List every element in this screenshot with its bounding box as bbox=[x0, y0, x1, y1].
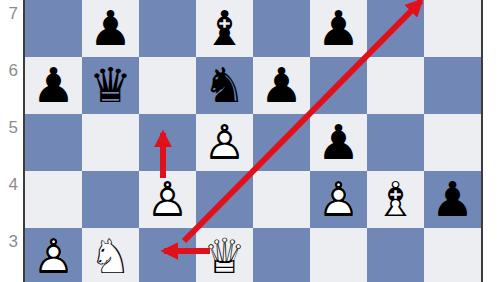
black-pawn-glyph: ♟ bbox=[424, 171, 481, 228]
square-f4[interactable]: ♟♙ bbox=[310, 171, 367, 228]
white-pawn-glyph: ♙ bbox=[139, 171, 196, 228]
chess-diagram: 76543 ♟♝♟♟♛♞♟♟♙♟♟♙♟♙♝♗♟♟♙♞♘♛♕ bbox=[0, 0, 500, 282]
square-d5[interactable]: ♟♙ bbox=[196, 114, 253, 171]
white-pawn-glyph: ♙ bbox=[196, 114, 253, 171]
black-bishop[interactable]: ♝ bbox=[196, 0, 253, 57]
white-pawn[interactable]: ♟♙ bbox=[196, 114, 253, 171]
square-g5[interactable] bbox=[367, 114, 424, 171]
square-c6[interactable] bbox=[139, 57, 196, 114]
square-d4[interactable] bbox=[196, 171, 253, 228]
square-a5[interactable] bbox=[25, 114, 82, 171]
square-h6[interactable] bbox=[424, 57, 481, 114]
square-c5[interactable] bbox=[139, 114, 196, 171]
square-b3[interactable]: ♞♘ bbox=[82, 228, 139, 282]
square-b4[interactable] bbox=[82, 171, 139, 228]
white-knight-glyph: ♘ bbox=[82, 228, 139, 282]
square-c4[interactable]: ♟♙ bbox=[139, 171, 196, 228]
black-pawn[interactable]: ♟ bbox=[310, 0, 367, 57]
board-frame: ♟♝♟♟♛♞♟♟♙♟♟♙♟♙♝♗♟♟♙♞♘♛♕ bbox=[23, 0, 483, 282]
square-b6[interactable]: ♛ bbox=[82, 57, 139, 114]
black-pawn-glyph: ♟ bbox=[310, 0, 367, 57]
square-a4[interactable] bbox=[25, 171, 82, 228]
rank-label-3: 3 bbox=[0, 233, 18, 250]
black-pawn-glyph: ♟ bbox=[253, 57, 310, 114]
square-e4[interactable] bbox=[253, 171, 310, 228]
white-pawn-glyph: ♙ bbox=[310, 171, 367, 228]
square-b5[interactable] bbox=[82, 114, 139, 171]
black-pawn[interactable]: ♟ bbox=[82, 0, 139, 57]
square-d7[interactable]: ♝ bbox=[196, 0, 253, 57]
rank-labels: 76543 bbox=[0, 0, 20, 282]
black-pawn-glyph: ♟ bbox=[82, 0, 139, 57]
black-knight-glyph: ♞ bbox=[196, 57, 253, 114]
square-a6[interactable]: ♟ bbox=[25, 57, 82, 114]
square-b7[interactable]: ♟ bbox=[82, 0, 139, 57]
square-a3[interactable]: ♟♙ bbox=[25, 228, 82, 282]
square-f7[interactable]: ♟ bbox=[310, 0, 367, 57]
square-d6[interactable]: ♞ bbox=[196, 57, 253, 114]
board-grid: ♟♝♟♟♛♞♟♟♙♟♟♙♟♙♝♗♟♟♙♞♘♛♕ bbox=[25, 0, 481, 282]
black-pawn[interactable]: ♟ bbox=[25, 57, 82, 114]
black-queen-glyph: ♛ bbox=[82, 57, 139, 114]
square-c3[interactable] bbox=[139, 228, 196, 282]
square-g4[interactable]: ♝♗ bbox=[367, 171, 424, 228]
black-bishop-glyph: ♝ bbox=[196, 0, 253, 57]
white-queen-glyph: ♕ bbox=[196, 228, 253, 282]
white-bishop[interactable]: ♝♗ bbox=[367, 171, 424, 228]
square-g6[interactable] bbox=[367, 57, 424, 114]
square-e7[interactable] bbox=[253, 0, 310, 57]
square-f6[interactable] bbox=[310, 57, 367, 114]
white-queen[interactable]: ♛♕ bbox=[196, 228, 253, 282]
square-d3[interactable]: ♛♕ bbox=[196, 228, 253, 282]
square-g7[interactable] bbox=[367, 0, 424, 57]
rank-label-5: 5 bbox=[0, 119, 18, 136]
white-bishop-glyph: ♗ bbox=[367, 171, 424, 228]
rank-label-4: 4 bbox=[0, 176, 18, 193]
square-h3[interactable] bbox=[424, 228, 481, 282]
white-knight[interactable]: ♞♘ bbox=[82, 228, 139, 282]
rank-label-7: 7 bbox=[0, 5, 18, 22]
square-e3[interactable] bbox=[253, 228, 310, 282]
square-h5[interactable] bbox=[424, 114, 481, 171]
black-queen[interactable]: ♛ bbox=[82, 57, 139, 114]
rank-label-6: 6 bbox=[0, 62, 18, 79]
black-pawn[interactable]: ♟ bbox=[253, 57, 310, 114]
square-c7[interactable] bbox=[139, 0, 196, 57]
square-a7[interactable] bbox=[25, 0, 82, 57]
square-f5[interactable]: ♟ bbox=[310, 114, 367, 171]
white-pawn[interactable]: ♟♙ bbox=[139, 171, 196, 228]
black-pawn-glyph: ♟ bbox=[310, 114, 367, 171]
white-pawn[interactable]: ♟♙ bbox=[25, 228, 82, 282]
black-knight[interactable]: ♞ bbox=[196, 57, 253, 114]
square-g3[interactable] bbox=[367, 228, 424, 282]
black-pawn[interactable]: ♟ bbox=[424, 171, 481, 228]
white-pawn[interactable]: ♟♙ bbox=[310, 171, 367, 228]
square-e5[interactable] bbox=[253, 114, 310, 171]
white-pawn-glyph: ♙ bbox=[25, 228, 82, 282]
square-h7[interactable] bbox=[424, 0, 481, 57]
black-pawn[interactable]: ♟ bbox=[310, 114, 367, 171]
square-e6[interactable]: ♟ bbox=[253, 57, 310, 114]
black-pawn-glyph: ♟ bbox=[25, 57, 82, 114]
square-f3[interactable] bbox=[310, 228, 367, 282]
square-h4[interactable]: ♟ bbox=[424, 171, 481, 228]
